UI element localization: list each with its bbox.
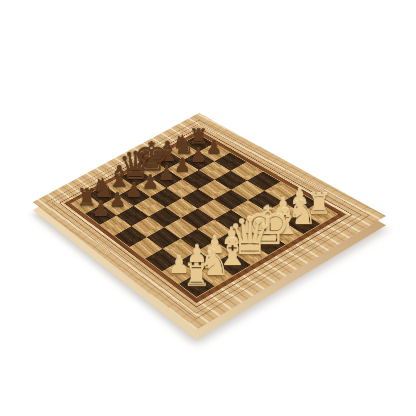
piece-black-pawn-b7[interactable]: ♟ xyxy=(109,190,127,210)
piece-black-pawn-c7[interactable]: ♟ xyxy=(125,182,142,201)
piece-black-pawn-h7[interactable]: ♟ xyxy=(206,138,223,156)
piece-black-pawn-d7[interactable]: ♟ xyxy=(142,173,159,192)
piece-black-pawn-f7[interactable]: ♟ xyxy=(174,155,191,174)
chess-set-photo: ♜♞♟♝♟♚♟♛♟♝♟♞♟♟♜♟♟♜♟♟♞♟♝♟♚♟♛♟♝♟♞♜ xyxy=(0,0,416,416)
piece-black-pawn-e7[interactable]: ♟ xyxy=(158,164,175,183)
piece-black-pawn-g7[interactable]: ♟ xyxy=(190,147,207,166)
piece-black-pawn-a7[interactable]: ♟ xyxy=(92,199,110,219)
piece-white-rook-a1[interactable]: ♜ xyxy=(183,260,211,291)
